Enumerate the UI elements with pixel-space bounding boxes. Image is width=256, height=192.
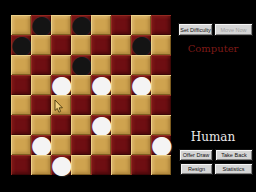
white-checker-piece[interactable]: ● xyxy=(91,75,111,95)
board-square[interactable]: ● xyxy=(51,155,71,175)
board-square[interactable] xyxy=(111,15,131,35)
move-now-button[interactable]: Move Now xyxy=(214,23,253,36)
statistics-button[interactable]: Statistics xyxy=(214,163,253,175)
white-checker-piece[interactable]: ● xyxy=(91,115,111,135)
white-checker-piece[interactable]: ● xyxy=(51,75,71,95)
board-square[interactable] xyxy=(71,95,91,115)
board-square[interactable] xyxy=(131,115,151,135)
board-square[interactable]: ● xyxy=(91,115,111,135)
board-square[interactable] xyxy=(11,135,31,155)
board-square[interactable] xyxy=(131,95,151,115)
black-checker-piece[interactable]: ● xyxy=(71,55,91,75)
white-checker-piece[interactable]: ● xyxy=(51,155,71,175)
board-square[interactable] xyxy=(111,115,131,135)
mouse-cursor-icon xyxy=(54,100,63,113)
black-checker-piece[interactable]: ● xyxy=(131,35,151,55)
board-square[interactable]: ● xyxy=(31,15,51,35)
board-square[interactable] xyxy=(91,35,111,55)
board-square[interactable] xyxy=(151,15,171,35)
board-square[interactable] xyxy=(151,155,171,175)
board-square[interactable] xyxy=(11,55,31,75)
human-side-label: Human xyxy=(170,130,256,144)
board-square[interactable]: ● xyxy=(131,35,151,55)
checkers-app-window: { "game": "Checkers (English draughts) —… xyxy=(0,0,256,192)
black-checker-piece[interactable]: ● xyxy=(31,15,51,35)
board-square[interactable] xyxy=(51,115,71,135)
board-square[interactable]: ● xyxy=(71,15,91,35)
board-square[interactable] xyxy=(91,15,111,35)
board-square[interactable] xyxy=(151,75,171,95)
board-square[interactable] xyxy=(11,75,31,95)
board-square[interactable] xyxy=(151,55,171,75)
white-checker-piece[interactable]: ● xyxy=(151,135,171,155)
board-square[interactable] xyxy=(31,35,51,55)
board-square[interactable] xyxy=(51,15,71,35)
black-checker-piece[interactable]: ● xyxy=(71,15,91,35)
board-square[interactable] xyxy=(111,55,131,75)
board-square[interactable] xyxy=(151,95,171,115)
board-square[interactable] xyxy=(31,95,51,115)
board-square[interactable] xyxy=(71,115,91,135)
white-checker-piece[interactable]: ● xyxy=(131,75,151,95)
set-difficulty-button[interactable]: Set Difficulty xyxy=(178,23,213,36)
board-square[interactable]: ● xyxy=(91,75,111,95)
black-checker-piece[interactable]: ● xyxy=(11,35,31,55)
board-square[interactable] xyxy=(131,135,151,155)
board-square[interactable]: ● xyxy=(51,75,71,95)
resign-button[interactable]: Resign xyxy=(180,163,213,175)
offer-draw-button[interactable]: Offer Draw xyxy=(179,149,213,161)
board-square[interactable] xyxy=(11,155,31,175)
take-back-button[interactable]: Take Back xyxy=(215,149,253,161)
board-square[interactable] xyxy=(51,35,71,55)
board-square[interactable] xyxy=(111,95,131,115)
board-square[interactable]: ● xyxy=(131,75,151,95)
checkers-board[interactable]: ●●●●●●●●●●●● xyxy=(11,15,171,175)
board-square[interactable] xyxy=(11,95,31,115)
board-square[interactable] xyxy=(71,135,91,155)
board-square[interactable] xyxy=(131,155,151,175)
computer-side-label: Computer xyxy=(170,43,256,54)
board-square[interactable] xyxy=(151,35,171,55)
board-square[interactable]: ● xyxy=(151,135,171,155)
board-square[interactable] xyxy=(111,35,131,55)
board-square[interactable] xyxy=(71,155,91,175)
board-square[interactable] xyxy=(91,155,111,175)
board-square[interactable] xyxy=(111,155,131,175)
board-square[interactable] xyxy=(11,115,31,135)
board-square[interactable] xyxy=(71,75,91,95)
board-square[interactable] xyxy=(111,75,131,95)
board-square[interactable] xyxy=(91,135,111,155)
board-square[interactable] xyxy=(31,55,51,75)
board-square[interactable] xyxy=(111,135,131,155)
board-square[interactable]: ● xyxy=(71,55,91,75)
white-checker-piece[interactable]: ● xyxy=(31,135,51,155)
board-square[interactable]: ● xyxy=(11,35,31,55)
board-square[interactable] xyxy=(31,155,51,175)
board-square[interactable]: ● xyxy=(31,135,51,155)
board-square[interactable] xyxy=(31,75,51,95)
